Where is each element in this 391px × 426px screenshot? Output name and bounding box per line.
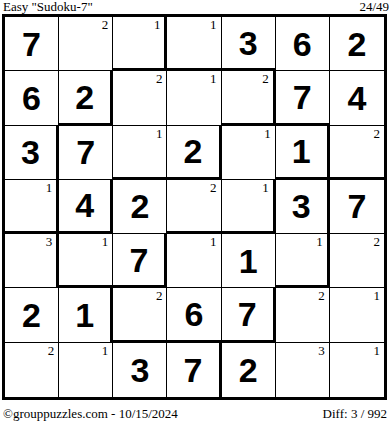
cell-r5c7[interactable]: 2 xyxy=(330,234,384,288)
cell-r4c2: 4 xyxy=(59,180,113,234)
candidate-count: 1 xyxy=(264,126,271,141)
cell-r4c5[interactable]: 1 xyxy=(222,180,276,234)
cell-digit: 2 xyxy=(239,353,258,387)
cell-digit: 3 xyxy=(239,26,258,60)
cell-digit: 7 xyxy=(76,135,95,169)
cell-digit: 3 xyxy=(130,353,149,387)
cell-digit: 7 xyxy=(347,189,366,223)
cell-r7c5: 2 xyxy=(222,343,276,397)
cell-digit: 1 xyxy=(75,298,94,332)
footer: ©grouppuzzles.com - 10/15/2024 Diff: 3 /… xyxy=(0,406,391,421)
cell-digit: 1 xyxy=(239,244,258,278)
candidate-count: 2 xyxy=(318,288,325,303)
cell-r2c7: 4 xyxy=(330,71,384,125)
cell-r4c3: 2 xyxy=(113,180,167,234)
cell-r6c1: 2 xyxy=(5,288,59,342)
candidate-count: 1 xyxy=(210,17,217,32)
cell-digit: 4 xyxy=(347,81,366,115)
cell-r7c1[interactable]: 2 xyxy=(5,343,59,397)
cell-r2c1: 6 xyxy=(5,71,59,125)
cell-r4c6: 3 xyxy=(276,180,330,234)
progress-counter: 24/49 xyxy=(359,0,389,14)
cell-r3c2: 7 xyxy=(59,126,113,180)
cell-r6c7[interactable]: 1 xyxy=(330,288,384,342)
cell-r3c7[interactable]: 2 xyxy=(330,126,384,180)
cell-r2c6: 7 xyxy=(276,71,330,125)
cell-r3c1: 3 xyxy=(5,126,59,180)
cell-r7c7[interactable]: 1 xyxy=(330,343,384,397)
cell-digit: 2 xyxy=(130,189,149,223)
candidate-count: 1 xyxy=(316,234,323,249)
candidate-count: 1 xyxy=(262,180,269,195)
cell-r6c6[interactable]: 2 xyxy=(276,288,330,342)
cell-r3c4: 2 xyxy=(167,126,221,180)
cell-r1c1: 7 xyxy=(5,17,59,71)
cell-r6c3[interactable]: 2 xyxy=(113,288,167,342)
candidate-count: 2 xyxy=(102,17,109,32)
cell-digit: 7 xyxy=(184,353,203,387)
candidate-count: 1 xyxy=(102,234,109,249)
cell-r1c5: 3 xyxy=(222,17,276,71)
cell-r7c2[interactable]: 1 xyxy=(59,343,113,397)
candidate-count: 1 xyxy=(46,180,53,195)
cell-r1c4[interactable]: 1 xyxy=(167,17,221,71)
cell-r6c4: 6 xyxy=(167,288,221,342)
candidate-count: 2 xyxy=(262,71,269,86)
cell-r1c6: 6 xyxy=(276,17,330,71)
sudoku-board: 7211362622127437121121422137317111221267… xyxy=(2,14,387,400)
cell-r6c5: 7 xyxy=(222,288,276,342)
cell-digit: 1 xyxy=(292,134,311,168)
cell-r7c3: 3 xyxy=(113,343,167,397)
cell-digit: 7 xyxy=(238,297,257,331)
cell-r7c6[interactable]: 3 xyxy=(276,343,330,397)
cell-digit: 6 xyxy=(22,81,41,115)
candidate-count: 1 xyxy=(373,343,380,358)
copyright-text: ©grouppuzzles.com - 10/15/2024 xyxy=(3,406,178,421)
candidate-count: 3 xyxy=(318,343,325,358)
difficulty-text: Diff: 3 / 992 xyxy=(323,406,387,421)
cell-r3c6: 1 xyxy=(276,126,330,180)
candidate-count: 3 xyxy=(46,234,53,249)
cell-digit: 7 xyxy=(22,27,41,61)
header: Easy "Sudoku-7" 24/49 xyxy=(0,0,391,14)
candidate-count: 2 xyxy=(373,234,380,249)
candidate-count: 2 xyxy=(156,71,163,86)
cell-digit: 2 xyxy=(184,134,203,168)
candidate-count: 1 xyxy=(154,17,161,32)
cell-r7c4: 7 xyxy=(167,343,221,397)
cell-r2c2: 2 xyxy=(59,71,113,125)
candidate-count: 1 xyxy=(210,71,217,86)
puzzle-title: Easy "Sudoku-7" xyxy=(3,0,93,14)
cell-r5c4[interactable]: 1 xyxy=(167,234,221,288)
cell-r3c3[interactable]: 1 xyxy=(113,126,167,180)
cell-r2c5[interactable]: 2 xyxy=(222,71,276,125)
cell-digit: 6 xyxy=(293,27,312,61)
candidate-count: 1 xyxy=(102,343,109,358)
cell-digit: 2 xyxy=(347,27,366,61)
cell-r3c5[interactable]: 1 xyxy=(222,126,276,180)
cell-digit: 7 xyxy=(129,243,148,277)
cell-digit: 3 xyxy=(21,135,40,169)
candidate-count: 2 xyxy=(210,180,217,195)
candidate-count: 2 xyxy=(156,288,163,303)
cell-digit: 4 xyxy=(75,188,94,222)
cell-r2c4[interactable]: 1 xyxy=(167,71,221,125)
cell-digit: 3 xyxy=(292,189,311,223)
cell-r5c6[interactable]: 1 xyxy=(276,234,330,288)
candidate-count: 1 xyxy=(210,234,217,249)
cell-r1c3[interactable]: 1 xyxy=(113,17,167,71)
cell-r1c2[interactable]: 2 xyxy=(59,17,113,71)
cell-r5c2[interactable]: 1 xyxy=(59,234,113,288)
cell-digit: 6 xyxy=(185,297,204,331)
cell-r4c4[interactable]: 2 xyxy=(167,180,221,234)
candidate-count: 2 xyxy=(48,343,55,358)
candidate-count: 1 xyxy=(156,126,163,141)
candidate-count: 1 xyxy=(373,288,380,303)
cell-r4c1[interactable]: 1 xyxy=(5,180,59,234)
cell-r1c7: 2 xyxy=(330,17,384,71)
cell-r5c3: 7 xyxy=(113,234,167,288)
cell-r4c7: 7 xyxy=(330,180,384,234)
cell-r2c3[interactable]: 2 xyxy=(113,71,167,125)
cell-r6c2: 1 xyxy=(59,288,113,342)
cell-r5c1[interactable]: 3 xyxy=(5,234,59,288)
cell-digit: 2 xyxy=(75,80,94,114)
cell-digit: 7 xyxy=(293,80,312,114)
cell-r5c5: 1 xyxy=(222,234,276,288)
cell-digit: 2 xyxy=(22,298,41,332)
candidate-count: 2 xyxy=(373,126,380,141)
